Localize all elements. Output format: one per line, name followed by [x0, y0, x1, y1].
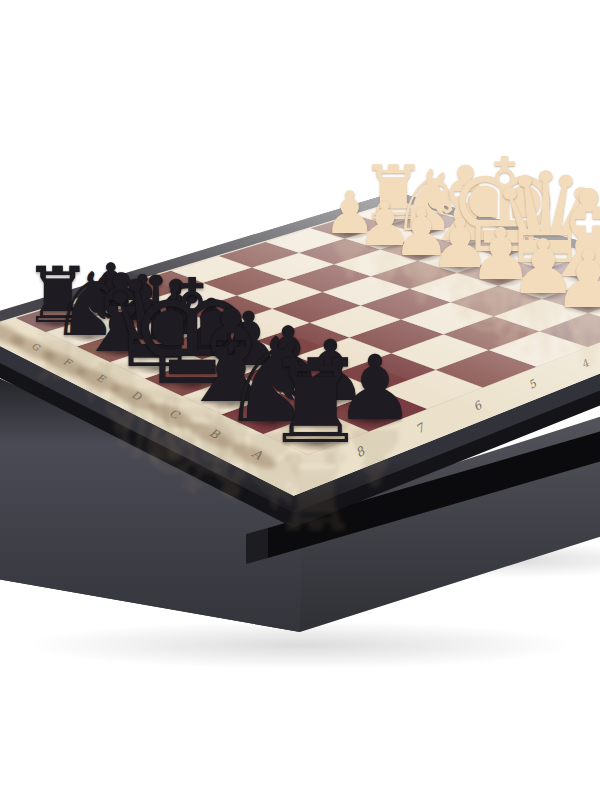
- drawer-slot-notch: [246, 528, 268, 564]
- product-photo-scene: ABCDEFG87654 ♜♜♞♞♝♝♚♚♛♛♝♝♞♞♜♜♟♟♟♟♟♟♟♟♟♟♟…: [0, 0, 600, 800]
- chessboard-svg: ABCDEFG87654: [0, 0, 600, 800]
